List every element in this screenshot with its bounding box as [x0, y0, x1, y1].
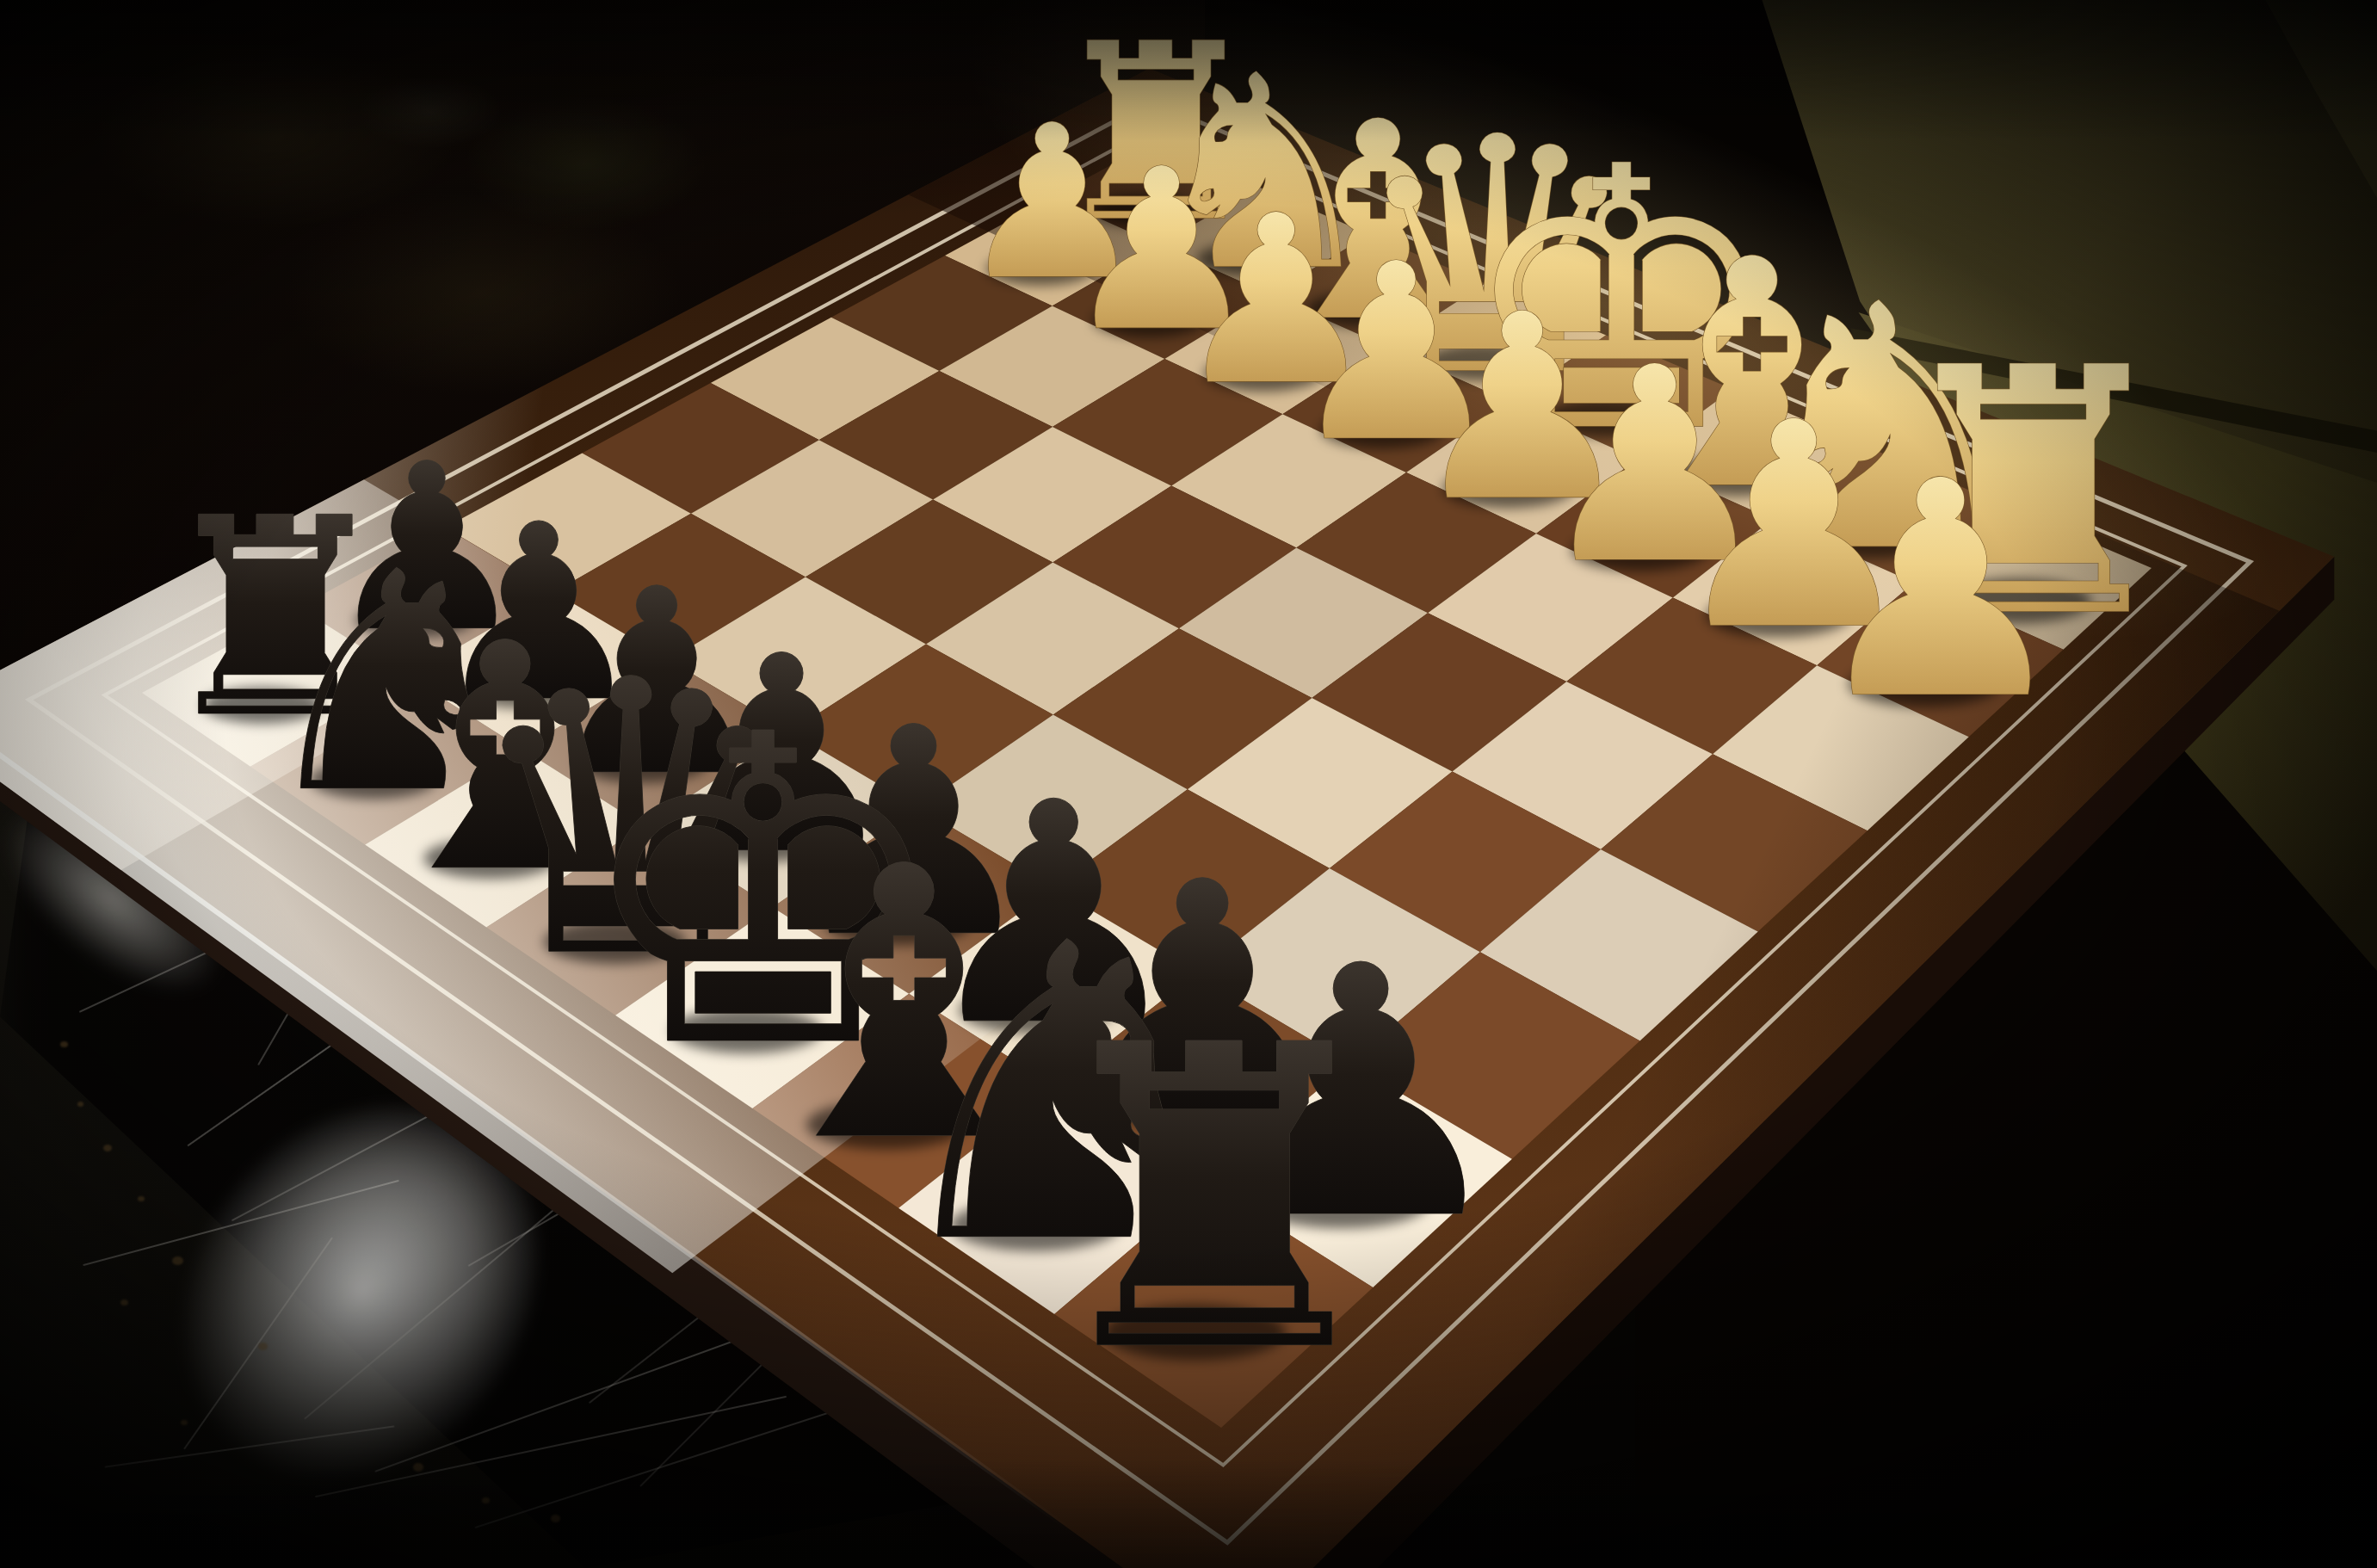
chessboard: ♜♞♟♝♟♛♟♚♟♝♟♞♟♜♟♟♟♟♜♟♞♟♝♟♛♟♚♟♝♟♞♜: [0, 0, 2377, 1568]
piece-white-P-h2[interactable]: ♟: [1807, 417, 2074, 764]
piece-black-R-h8[interactable]: ♜: [1028, 958, 1401, 1442]
photo-scene: ♜♞♟♝♟♛♟♚♟♝♟♞♟♜♟♟♟♟♜♟♞♟♝♟♛♟♚♟♝♟♞♜: [0, 0, 2377, 1568]
